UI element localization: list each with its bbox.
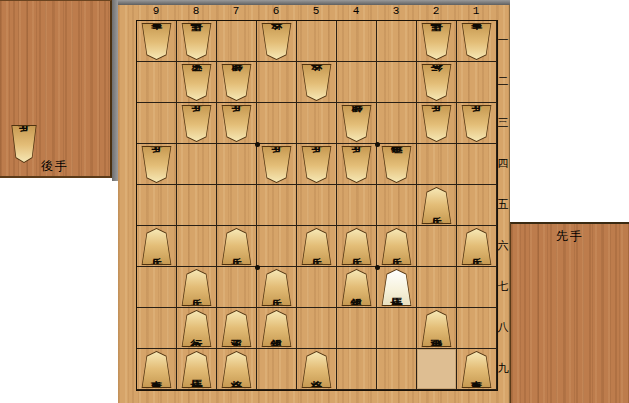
piece-kanji: 飛車 — [391, 163, 403, 166]
file-label-2: 2 — [416, 4, 456, 19]
piece-kanji: 銀将 — [351, 122, 363, 125]
piece-face: 玉将 — [181, 65, 212, 100]
square-7一[interactable] — [217, 21, 257, 62]
square-9一[interactable]: 香車 — [137, 21, 177, 62]
square-5九[interactable]: 金将 — [297, 349, 337, 390]
piece-face: 歩兵 — [381, 229, 412, 264]
piece-gote-silver[interactable]: 銀将 — [220, 64, 253, 101]
square-4九[interactable] — [337, 349, 377, 390]
piece-sente-pawn[interactable]: 歩兵 — [340, 228, 373, 265]
hoshi-star-point — [375, 142, 380, 147]
rank-label-2: 二 — [496, 61, 510, 102]
file-label-8: 8 — [176, 4, 216, 19]
file-label-6: 6 — [256, 4, 296, 19]
piece-kanji: 桂馬 — [431, 40, 443, 43]
square-3八[interactable] — [377, 308, 417, 349]
gote-captured-tray: 後手 歩兵 — [0, 0, 112, 178]
piece-face: 金将 — [301, 352, 332, 387]
square-3三[interactable] — [377, 103, 417, 144]
square-7八[interactable]: 玉将 — [217, 308, 257, 349]
piece-sente-gold[interactable]: 金将 — [300, 351, 333, 388]
piece-face: 角行 — [421, 65, 452, 100]
piece-gote-pawn[interactable]: 歩兵 — [420, 105, 453, 142]
piece-face: 桂馬 — [381, 270, 412, 305]
piece-sente-lance[interactable]: 香車 — [460, 351, 493, 388]
piece-sente-silver[interactable]: 銀将 — [260, 310, 293, 347]
piece-kanji: 角行 — [431, 81, 443, 84]
piece-gote-pawn[interactable]: 歩兵 — [300, 146, 333, 183]
piece-kanji: 歩兵 — [231, 122, 243, 125]
piece-kanji: 歩兵 — [191, 122, 203, 125]
piece-sente-gold[interactable]: 金将 — [220, 351, 253, 388]
piece-gote-bishop[interactable]: 角行 — [420, 64, 453, 101]
piece-kanji: 銀将 — [231, 81, 243, 84]
hoshi-star-point — [255, 142, 260, 147]
piece-sente-pawn[interactable]: 歩兵 — [180, 269, 213, 306]
square-5六[interactable]: 歩兵 — [297, 226, 337, 267]
piece-face: 歩兵 — [141, 229, 172, 264]
square-4六[interactable]: 歩兵 — [337, 226, 377, 267]
square-7四[interactable] — [217, 144, 257, 185]
piece-sente-silver[interactable]: 銀将 — [340, 269, 373, 306]
piece-gote-knight[interactable]: 桂馬 — [180, 23, 213, 60]
shogi-board: 香車桂馬金将桂馬香車玉将銀将金将角行歩兵歩兵銀将歩兵歩兵歩兵歩兵歩兵歩兵飛車歩兵… — [136, 20, 498, 391]
square-6九[interactable] — [257, 349, 297, 390]
square-1一[interactable]: 香車 — [457, 21, 497, 62]
rank-label-7: 七 — [496, 266, 510, 307]
square-8三[interactable]: 歩兵 — [177, 103, 217, 144]
piece-sente-lance[interactable]: 香車 — [140, 351, 173, 388]
piece-kanji: 玉将 — [191, 81, 203, 84]
piece-face: 歩兵 — [11, 126, 37, 162]
file-label-7: 7 — [216, 4, 256, 19]
square-9六[interactable]: 歩兵 — [137, 226, 177, 267]
square-6三[interactable] — [257, 103, 297, 144]
square-5一[interactable] — [297, 21, 337, 62]
square-8七[interactable]: 歩兵 — [177, 267, 217, 308]
piece-face: 飛車 — [381, 147, 412, 182]
piece-kanji: 銀将 — [271, 327, 283, 330]
piece-face: 歩兵 — [181, 270, 212, 305]
rank-coordinate-labels: 一二三四五六七八九 — [496, 20, 510, 389]
piece-face: 香車 — [141, 24, 172, 59]
piece-face: 歩兵 — [301, 147, 332, 182]
piece-kanji: 歩兵 — [391, 245, 403, 248]
square-9九[interactable]: 香車 — [137, 349, 177, 390]
piece-face: 歩兵 — [221, 106, 252, 141]
piece-face: 銀将 — [261, 311, 292, 346]
rank-label-6: 六 — [496, 225, 510, 266]
piece-sente-knight[interactable]: 桂馬 — [180, 351, 213, 388]
sente-captured-tray: 先手 — [510, 222, 629, 403]
square-2四[interactable] — [417, 144, 457, 185]
piece-gote-rook[interactable]: 飛車 — [380, 146, 413, 183]
square-3五[interactable] — [377, 185, 417, 226]
piece-sente-pawn[interactable]: 歩兵 — [220, 228, 253, 265]
square-1三[interactable]: 歩兵 — [457, 103, 497, 144]
piece-gote-pawn[interactable]: 歩兵 — [460, 105, 493, 142]
piece-kanji: 歩兵 — [351, 245, 363, 248]
piece-face: 銀将 — [341, 106, 372, 141]
square-4一[interactable] — [337, 21, 377, 62]
square-8一[interactable]: 桂馬 — [177, 21, 217, 62]
piece-sente-pawn[interactable]: 歩兵 — [380, 228, 413, 265]
piece-face: 歩兵 — [301, 229, 332, 264]
piece-kanji: 歩兵 — [271, 163, 283, 166]
square-7六[interactable]: 歩兵 — [217, 226, 257, 267]
piece-gote-silver[interactable]: 銀将 — [340, 105, 373, 142]
piece-kanji: 歩兵 — [351, 163, 363, 166]
piece-face: 香車 — [461, 24, 492, 59]
square-6七[interactable]: 歩兵 — [257, 267, 297, 308]
square-4八[interactable] — [337, 308, 377, 349]
piece-kanji: 歩兵 — [431, 122, 443, 125]
piece-kanji: 歩兵 — [431, 204, 443, 207]
square-5二[interactable]: 金将 — [297, 62, 337, 103]
piece-face: 玉将 — [221, 311, 252, 346]
piece-face: 歩兵 — [261, 270, 292, 305]
piece-kanji: 金将 — [271, 40, 283, 43]
rank-label-8: 八 — [496, 307, 510, 348]
square-4五[interactable] — [337, 185, 377, 226]
piece-kanji: 桂馬 — [391, 286, 403, 289]
square-9三[interactable] — [137, 103, 177, 144]
square-6六[interactable] — [257, 226, 297, 267]
square-6四[interactable]: 歩兵 — [257, 144, 297, 185]
square-7九[interactable]: 金将 — [217, 349, 257, 390]
gote-tray-label: 後手 — [0, 158, 110, 175]
piece-kanji: 歩兵 — [471, 245, 483, 248]
square-9八[interactable] — [137, 308, 177, 349]
square-5五[interactable] — [297, 185, 337, 226]
piece-sente-rook[interactable]: 飛車 — [420, 310, 453, 347]
piece-kanji: 飛車 — [431, 327, 443, 330]
piece-gote-pawn[interactable]: 歩兵 — [180, 105, 213, 142]
piece-sente-bishop[interactable]: 角行 — [180, 310, 213, 347]
piece-kanji: 金将 — [231, 368, 243, 371]
piece-kanji: 歩兵 — [151, 163, 163, 166]
rank-label-9: 九 — [496, 348, 510, 389]
piece-face: 金将 — [221, 352, 252, 387]
square-7二[interactable]: 銀将 — [217, 62, 257, 103]
piece-kanji: 歩兵 — [471, 122, 483, 125]
piece-face: 歩兵 — [181, 106, 212, 141]
piece-face: 金将 — [301, 65, 332, 100]
file-label-4: 4 — [336, 4, 376, 19]
piece-kanji: 玉将 — [231, 327, 243, 330]
piece-kanji: 歩兵 — [271, 286, 283, 289]
piece-face: 歩兵 — [421, 188, 452, 223]
square-7七[interactable] — [217, 267, 257, 308]
square-4四[interactable]: 歩兵 — [337, 144, 377, 185]
piece-kanji: 歩兵 — [151, 245, 163, 248]
square-3六[interactable]: 歩兵 — [377, 226, 417, 267]
square-2七[interactable] — [417, 267, 457, 308]
piece-kanji: 歩兵 — [18, 143, 30, 146]
square-6八[interactable]: 銀将 — [257, 308, 297, 349]
piece-kanji: 歩兵 — [311, 163, 323, 166]
piece-kanji: 歩兵 — [191, 286, 203, 289]
piece-gote-pawn[interactable]: 歩兵 — [220, 105, 253, 142]
piece-face: 桂馬 — [181, 352, 212, 387]
square-3九[interactable] — [377, 349, 417, 390]
square-4三[interactable]: 銀将 — [337, 103, 377, 144]
piece-face: 銀将 — [341, 270, 372, 305]
square-7五[interactable] — [217, 185, 257, 226]
square-8二[interactable]: 玉将 — [177, 62, 217, 103]
piece-sente-knight[interactable]: 桂馬 — [380, 269, 413, 306]
square-8六[interactable] — [177, 226, 217, 267]
piece-kanji: 香車 — [151, 368, 163, 371]
square-7三[interactable]: 歩兵 — [217, 103, 257, 144]
square-5七[interactable] — [297, 267, 337, 308]
square-3二[interactable] — [377, 62, 417, 103]
square-1九[interactable]: 香車 — [457, 349, 497, 390]
square-1五[interactable] — [457, 185, 497, 226]
rank-label-5: 五 — [496, 184, 510, 225]
hoshi-star-point — [255, 265, 260, 270]
piece-sente-king[interactable]: 玉将 — [220, 310, 253, 347]
piece-kanji: 桂馬 — [191, 368, 203, 371]
square-1七[interactable] — [457, 267, 497, 308]
piece-face: 歩兵 — [141, 147, 172, 182]
piece-gote-pawn[interactable]: 歩兵 — [340, 146, 373, 183]
square-8五[interactable] — [177, 185, 217, 226]
square-9七[interactable] — [137, 267, 177, 308]
piece-gote-gold[interactable]: 金将 — [260, 23, 293, 60]
piece-kanji: 金将 — [311, 81, 323, 84]
piece-face: 歩兵 — [461, 229, 492, 264]
square-8九[interactable]: 桂馬 — [177, 349, 217, 390]
piece-face: 桂馬 — [421, 24, 452, 59]
square-5三[interactable] — [297, 103, 337, 144]
piece-face: 歩兵 — [461, 106, 492, 141]
file-label-1: 1 — [456, 4, 496, 19]
square-2六[interactable] — [417, 226, 457, 267]
piece-gote-gold[interactable]: 金将 — [300, 64, 333, 101]
square-8八[interactable]: 角行 — [177, 308, 217, 349]
square-6一[interactable]: 金将 — [257, 21, 297, 62]
piece-face: 歩兵 — [421, 106, 452, 141]
piece-face: 桂馬 — [181, 24, 212, 59]
piece-face: 歩兵 — [341, 147, 372, 182]
square-4七[interactable]: 銀将 — [337, 267, 377, 308]
square-2八[interactable]: 飛車 — [417, 308, 457, 349]
square-1八[interactable] — [457, 308, 497, 349]
piece-kanji: 香車 — [471, 368, 483, 371]
piece-sente-pawn[interactable]: 歩兵 — [300, 228, 333, 265]
piece-gote-king[interactable]: 玉将 — [180, 64, 213, 101]
piece-gote-pawn[interactable]: 歩兵 — [140, 146, 173, 183]
file-label-3: 3 — [376, 4, 416, 19]
rank-label-3: 三 — [496, 102, 510, 143]
hoshi-star-point — [375, 265, 380, 270]
square-9二[interactable] — [137, 62, 177, 103]
piece-sente-pawn[interactable]: 歩兵 — [420, 187, 453, 224]
square-9五[interactable] — [137, 185, 177, 226]
piece-face: 歩兵 — [261, 147, 292, 182]
piece-kanji: 歩兵 — [311, 245, 323, 248]
file-coordinate-labels: 987654321 — [136, 4, 496, 19]
square-9四[interactable]: 歩兵 — [137, 144, 177, 185]
square-2一[interactable]: 桂馬 — [417, 21, 457, 62]
square-1六[interactable]: 歩兵 — [457, 226, 497, 267]
square-3四[interactable]: 飛車 — [377, 144, 417, 185]
piece-face: 歩兵 — [221, 229, 252, 264]
piece-gote-pawn[interactable]: 歩兵 — [260, 146, 293, 183]
piece-kanji: 角行 — [191, 327, 203, 330]
file-label-5: 5 — [296, 4, 336, 19]
piece-face: 歩兵 — [341, 229, 372, 264]
piece-face: 香車 — [141, 352, 172, 387]
sente-tray-label: 先手 — [511, 228, 629, 245]
piece-face: 金将 — [261, 24, 292, 59]
piece-kanji: 銀将 — [351, 286, 363, 289]
piece-kanji: 香車 — [471, 40, 483, 43]
piece-gote-knight[interactable]: 桂馬 — [420, 23, 453, 60]
piece-kanji: 桂馬 — [191, 40, 203, 43]
square-6二[interactable] — [257, 62, 297, 103]
piece-sente-pawn[interactable]: 歩兵 — [260, 269, 293, 306]
square-6五[interactable] — [257, 185, 297, 226]
square-4二[interactable] — [337, 62, 377, 103]
piece-face: 銀将 — [221, 65, 252, 100]
piece-sente-pawn[interactable]: 歩兵 — [460, 228, 493, 265]
square-2九[interactable] — [417, 349, 457, 390]
piece-kanji: 香車 — [151, 40, 163, 43]
square-5四[interactable]: 歩兵 — [297, 144, 337, 185]
piece-gote-lance[interactable]: 香車 — [140, 23, 173, 60]
square-3七[interactable]: 桂馬 — [377, 267, 417, 308]
piece-kanji: 歩兵 — [231, 245, 243, 248]
board-panel: 987654321 一二三四五六七八九 香車桂馬金将桂馬香車玉将銀将金将角行歩兵… — [118, 0, 510, 403]
rank-label-1: 一 — [496, 20, 510, 61]
rank-label-4: 四 — [496, 143, 510, 184]
piece-gote-lance[interactable]: 香車 — [460, 23, 493, 60]
shogi-app-window: { "game": "shogi", "window": {"width": 6… — [0, 0, 629, 403]
file-label-9: 9 — [136, 4, 176, 19]
square-8四[interactable] — [177, 144, 217, 185]
piece-face: 香車 — [461, 352, 492, 387]
square-3一[interactable] — [377, 21, 417, 62]
square-2三[interactable]: 歩兵 — [417, 103, 457, 144]
square-2二[interactable]: 角行 — [417, 62, 457, 103]
square-5八[interactable] — [297, 308, 337, 349]
piece-kanji: 金将 — [311, 368, 323, 371]
piece-face: 角行 — [181, 311, 212, 346]
square-1二[interactable] — [457, 62, 497, 103]
square-2五[interactable]: 歩兵 — [417, 185, 457, 226]
square-1四[interactable] — [457, 144, 497, 185]
piece-face: 飛車 — [421, 311, 452, 346]
piece-sente-pawn[interactable]: 歩兵 — [140, 228, 173, 265]
